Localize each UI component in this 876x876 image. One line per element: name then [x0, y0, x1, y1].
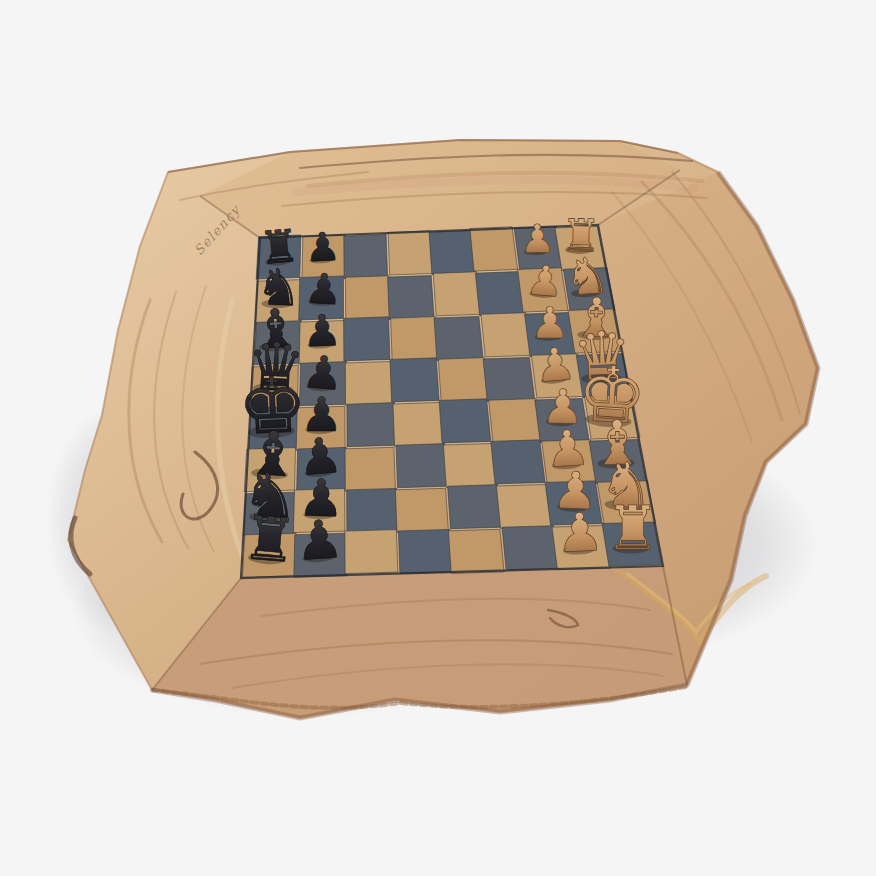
board-square[interactable]: [388, 276, 435, 320]
board-square[interactable]: [491, 440, 545, 484]
board-square[interactable]: [433, 272, 481, 316]
piece-black-rook[interactable]: ♜: [240, 502, 300, 576]
board-square[interactable]: [344, 317, 390, 361]
board-square[interactable]: [388, 231, 433, 275]
piece-glyph: ♟: [555, 501, 605, 565]
photo-canvas: Selency ♜♟♟♜♞♟♟♞♝♟♟♝♛♟♟♛♚♟♟♚♝♟♟♝♞♟♟♞♜♟♟♜: [0, 0, 876, 876]
piece-black-pawn[interactable]: ♟: [294, 508, 346, 573]
board-square[interactable]: [496, 485, 552, 529]
board-square[interactable]: [438, 358, 488, 402]
board-square[interactable]: [345, 530, 398, 574]
board-square[interactable]: [502, 526, 559, 570]
board-square[interactable]: [439, 399, 491, 443]
board-square[interactable]: [347, 403, 396, 447]
board-square[interactable]: [344, 235, 388, 279]
board-square[interactable]: [475, 272, 524, 316]
piece-white-pawn[interactable]: ♟: [555, 501, 605, 565]
board-square[interactable]: [448, 529, 504, 573]
board-square[interactable]: [393, 402, 443, 446]
chessboard-photo: Selency ♜♟♟♜♞♟♟♞♝♟♟♝♛♟♟♛♚♟♟♚♝♟♟♝♞♟♟♞♜♟♟♜: [0, 0, 876, 876]
board-square[interactable]: [345, 362, 393, 406]
board-square[interactable]: [483, 357, 535, 401]
piece-glyph: ♜: [240, 502, 300, 576]
board-square[interactable]: [347, 488, 399, 532]
board-square[interactable]: [443, 444, 496, 488]
piece-glyph: ♟: [294, 508, 346, 573]
board-square[interactable]: [396, 444, 448, 488]
board-square[interactable]: [489, 399, 542, 443]
board-square[interactable]: [391, 317, 439, 361]
board-square[interactable]: [398, 529, 452, 573]
board-square[interactable]: [429, 231, 475, 275]
board-square[interactable]: [345, 447, 395, 491]
board-square[interactable]: [481, 313, 531, 357]
board-square[interactable]: [448, 485, 502, 529]
piece-white-rook[interactable]: ♜: [606, 493, 660, 563]
board-square[interactable]: [390, 358, 439, 402]
piece-glyph: ♜: [606, 493, 660, 563]
board-square[interactable]: [434, 316, 483, 360]
board-square[interactable]: [395, 488, 448, 532]
board-square[interactable]: [470, 227, 518, 271]
board-square[interactable]: [345, 276, 390, 320]
